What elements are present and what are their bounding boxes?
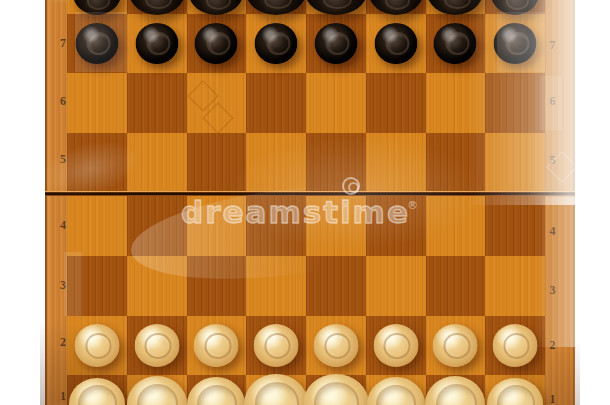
piece-white-pawn-e2[interactable] bbox=[313, 324, 358, 367]
piece-black-rook-h8[interactable] bbox=[491, 0, 539, 15]
piece-white-king-e1[interactable] bbox=[303, 374, 369, 405]
rank-label-right-4: 4 bbox=[550, 224, 556, 239]
piece-black-pawn-h7[interactable] bbox=[494, 23, 537, 64]
rank-label-right-7: 7 bbox=[550, 38, 556, 53]
piece-white-queen-d1[interactable] bbox=[244, 374, 308, 405]
piece-white-knight-g1[interactable] bbox=[425, 376, 485, 405]
rank-label-right-1: 1 bbox=[550, 392, 556, 405]
piece-white-knight-b1[interactable] bbox=[127, 376, 187, 405]
piece-white-rook-a1[interactable] bbox=[69, 378, 125, 405]
piece-black-pawn-c7[interactable] bbox=[195, 23, 238, 64]
piece-white-pawn-g2[interactable] bbox=[433, 324, 478, 367]
piece-black-pawn-e7[interactable] bbox=[314, 23, 357, 64]
piece-white-rook-h1[interactable] bbox=[487, 378, 543, 405]
rank-label-right-5: 5 bbox=[550, 153, 556, 168]
photo-stage: 76543217654321 dreamstime ® bbox=[0, 0, 610, 405]
piece-black-pawn-d7[interactable] bbox=[255, 23, 298, 64]
rank-label-left-6: 6 bbox=[60, 93, 66, 108]
piece-white-pawn-b2[interactable] bbox=[134, 324, 179, 367]
piece-black-pawn-a7[interactable] bbox=[75, 23, 118, 64]
rank-label-left-3: 3 bbox=[60, 278, 66, 293]
rank-label-left-4: 4 bbox=[60, 218, 66, 233]
rank-label-right-3: 3 bbox=[550, 283, 556, 298]
piece-black-bishop-c8[interactable] bbox=[189, 0, 243, 15]
piece-black-pawn-g7[interactable] bbox=[434, 23, 477, 64]
rank-label-right-6: 6 bbox=[550, 94, 556, 109]
piece-white-pawn-c2[interactable] bbox=[194, 324, 239, 367]
rank-label-right-2: 2 bbox=[550, 338, 556, 353]
pieces-layer bbox=[0, 0, 610, 405]
piece-black-pawn-b7[interactable] bbox=[135, 23, 178, 64]
piece-white-pawn-d2[interactable] bbox=[254, 324, 299, 367]
piece-white-bishop-f1[interactable] bbox=[367, 377, 425, 405]
piece-white-bishop-c1[interactable] bbox=[187, 377, 245, 405]
rank-label-left-5: 5 bbox=[60, 152, 66, 167]
piece-white-pawn-h2[interactable] bbox=[493, 324, 538, 367]
piece-black-knight-g8[interactable] bbox=[427, 0, 483, 15]
piece-black-rook-a8[interactable] bbox=[73, 0, 121, 15]
rank-label-left-7: 7 bbox=[60, 36, 66, 51]
piece-white-pawn-a2[interactable] bbox=[74, 324, 119, 367]
piece-black-bishop-f8[interactable] bbox=[369, 0, 423, 15]
rank-label-left-1: 1 bbox=[60, 389, 66, 404]
board-hinge-seam bbox=[45, 191, 575, 197]
piece-black-queen-d8[interactable] bbox=[246, 0, 306, 15]
piece-white-pawn-f2[interactable] bbox=[373, 324, 418, 367]
rank-label-left-2: 2 bbox=[60, 335, 66, 350]
piece-black-knight-b8[interactable] bbox=[129, 0, 185, 15]
piece-black-king-e8[interactable] bbox=[305, 0, 367, 15]
piece-black-pawn-f7[interactable] bbox=[374, 23, 417, 64]
